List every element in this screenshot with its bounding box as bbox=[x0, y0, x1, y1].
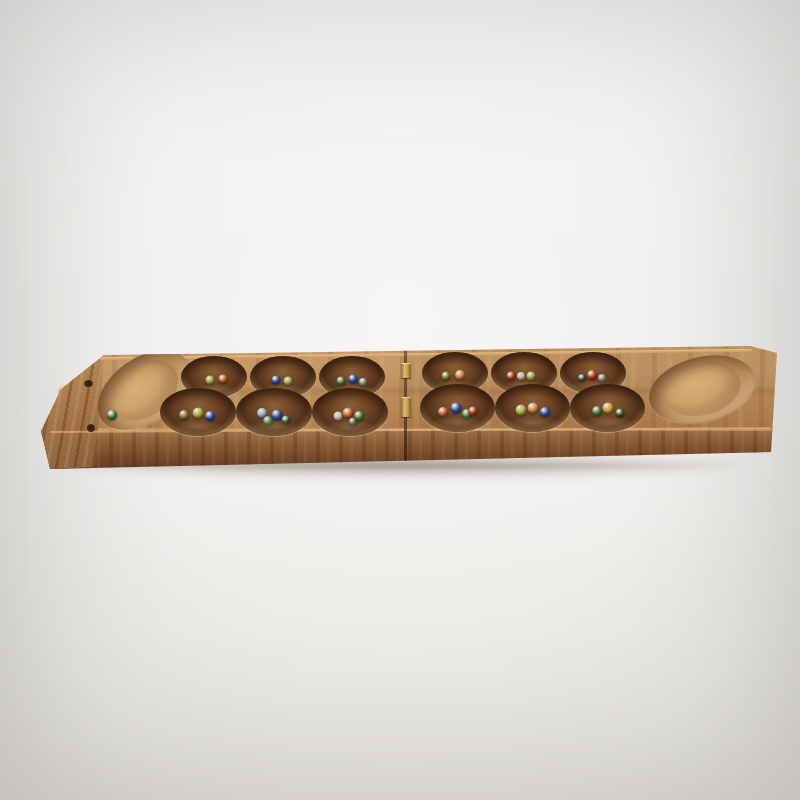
marble bbox=[615, 408, 624, 417]
marble bbox=[587, 370, 597, 380]
marble bbox=[526, 372, 535, 381]
marble bbox=[540, 407, 550, 417]
marble bbox=[455, 370, 465, 380]
pit-bottom-5[interactable] bbox=[495, 384, 570, 432]
marble bbox=[284, 377, 293, 386]
marble bbox=[337, 377, 346, 386]
pit-bottom-4[interactable] bbox=[420, 384, 495, 432]
wood-knot bbox=[84, 380, 93, 387]
pit-bottom-1[interactable] bbox=[160, 388, 236, 436]
marble bbox=[349, 374, 358, 383]
marble bbox=[193, 407, 204, 418]
marble bbox=[107, 410, 117, 420]
marble bbox=[272, 376, 281, 385]
pit-bottom-6[interactable] bbox=[570, 384, 645, 432]
marble bbox=[592, 406, 602, 416]
marble bbox=[603, 403, 614, 414]
marble bbox=[506, 372, 515, 381]
marble bbox=[468, 406, 477, 415]
marble bbox=[354, 411, 364, 421]
wood-knot bbox=[87, 424, 95, 432]
marble bbox=[517, 372, 525, 380]
marble bbox=[179, 410, 189, 420]
marble bbox=[578, 374, 586, 382]
pit-bottom-2[interactable] bbox=[236, 388, 312, 436]
pit-row-bottom-right-half bbox=[420, 384, 645, 432]
mancala-board bbox=[40, 345, 778, 471]
marble bbox=[333, 411, 342, 420]
marble bbox=[441, 372, 450, 381]
marble bbox=[263, 416, 273, 426]
marble bbox=[515, 404, 526, 415]
pit-bottom-3[interactable] bbox=[312, 388, 388, 436]
photo-backdrop bbox=[0, 0, 800, 800]
brass-hinge-lower bbox=[401, 397, 411, 417]
marble bbox=[438, 407, 448, 417]
marble bbox=[359, 378, 367, 386]
marble bbox=[349, 417, 358, 426]
marble bbox=[528, 403, 539, 414]
brass-hinge-upper bbox=[401, 363, 411, 378]
pit-row-bottom-left-half bbox=[160, 388, 388, 436]
marble bbox=[219, 375, 228, 384]
marble bbox=[282, 415, 291, 424]
marble bbox=[206, 376, 215, 385]
marble bbox=[451, 403, 462, 414]
marble bbox=[205, 411, 215, 421]
marble bbox=[598, 374, 606, 382]
